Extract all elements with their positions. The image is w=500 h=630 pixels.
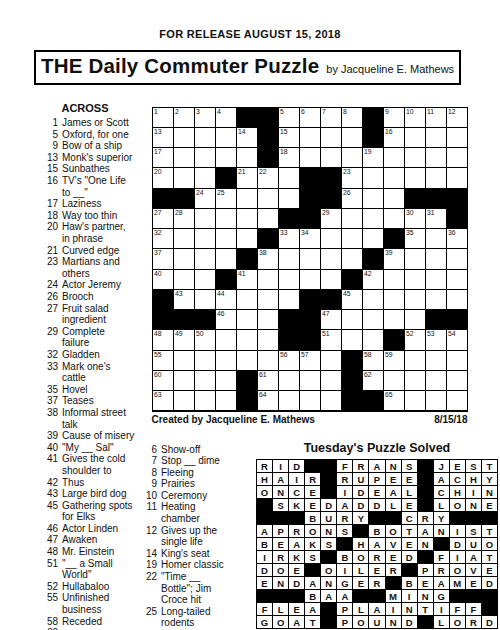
clue-text: Martians and others	[62, 256, 154, 279]
white-square	[363, 330, 383, 349]
white-square: 61	[258, 371, 278, 390]
white-square	[195, 249, 215, 268]
cell-number: 19	[364, 148, 372, 156]
solved-letter-square: H	[353, 538, 368, 550]
clue-number: 48	[30, 546, 58, 558]
clue-number: 16	[30, 175, 58, 198]
white-square	[447, 290, 467, 309]
cell-number: 32	[154, 229, 162, 237]
solved-letter-square: O	[305, 525, 320, 537]
black-square	[216, 270, 236, 289]
white-square: 2	[174, 108, 194, 127]
cell-number: 15	[280, 128, 288, 136]
solved-puzzle-title: Tuesday's Puzzle Solved	[256, 441, 498, 455]
cell-number: 1	[154, 108, 158, 116]
white-square: 8	[342, 108, 362, 127]
clue: 19Homer classic	[130, 559, 246, 571]
white-square: 27	[153, 209, 173, 228]
white-square: 5	[279, 108, 299, 127]
white-square: 19	[363, 148, 383, 167]
white-square	[321, 371, 341, 390]
solved-letter-square: E	[482, 564, 497, 576]
white-square: 41	[237, 270, 257, 289]
solved-letter-square: T	[482, 551, 497, 563]
solved-letter-square: A	[337, 499, 352, 511]
white-square	[216, 371, 236, 390]
clue-number: 23	[30, 256, 58, 279]
solved-letter-square: P	[337, 616, 352, 628]
solved-black-square	[257, 512, 272, 524]
clue-text: Actor Jeremy	[62, 279, 154, 291]
black-square	[258, 229, 278, 248]
solved-letter-square: I	[289, 473, 304, 485]
clue-text: Haw's partner, in phrase	[62, 221, 154, 244]
solved-letter-square: L	[386, 499, 401, 511]
cell-number: 56	[280, 351, 288, 359]
black-square	[405, 189, 425, 208]
solved-letter-square: B	[402, 577, 417, 589]
clue-number: 41	[30, 453, 58, 476]
white-square	[279, 290, 299, 309]
solved-black-square	[450, 590, 465, 602]
white-square	[195, 168, 215, 187]
white-square: 1	[153, 108, 173, 127]
solved-black-square	[289, 590, 304, 602]
cell-number: 13	[154, 128, 162, 136]
white-square: 50	[195, 330, 215, 349]
solved-letter-square: F	[466, 603, 481, 615]
clue-text: James or Scott	[62, 117, 154, 129]
solved-letter-square: Y	[482, 473, 497, 485]
white-square: 57	[300, 351, 320, 370]
solved-letter-square: H	[450, 486, 465, 498]
white-square: 10	[405, 108, 425, 127]
solved-black-square	[273, 512, 288, 524]
solved-black-square	[273, 590, 288, 602]
cell-number: 6	[301, 108, 305, 116]
white-square	[405, 351, 425, 370]
solved-letter-square: A	[337, 590, 352, 602]
white-square: 48	[153, 330, 173, 349]
white-square	[195, 351, 215, 370]
cell-number: 43	[175, 290, 183, 298]
white-square: 35	[405, 229, 425, 248]
clue-text: Prairies	[161, 478, 246, 490]
clue-text: Heating chamber	[161, 501, 246, 524]
black-square	[279, 330, 299, 349]
newspaper-puzzle-page: FOR RELEASE AUGUST 15, 2018 THE Daily Co…	[0, 0, 500, 630]
cell-number: 16	[385, 128, 393, 136]
white-square	[426, 351, 446, 370]
solved-letter-square: N	[402, 603, 417, 615]
white-square	[195, 229, 215, 248]
solved-letter-square: A	[257, 525, 272, 537]
clue-number: 9	[130, 478, 157, 490]
white-square	[342, 209, 362, 228]
solved-letter-square: B	[305, 590, 320, 602]
black-square	[153, 290, 173, 309]
clue-number: 25	[130, 606, 157, 629]
black-square	[237, 391, 257, 410]
puzzle-date: 8/15/18	[434, 414, 467, 425]
clue-number: 52	[30, 581, 58, 593]
solved-letter-square: D	[402, 551, 417, 563]
white-square: 39	[384, 249, 404, 268]
clue-number: 55	[30, 592, 58, 615]
white-square	[447, 351, 467, 370]
cell-number: 60	[154, 371, 162, 379]
white-square	[405, 391, 425, 410]
white-square: 46	[216, 310, 236, 329]
white-square	[384, 371, 404, 390]
solved-letter-square: L	[402, 486, 417, 498]
solved-letter-square: A	[369, 603, 384, 615]
solved-letter-square: A	[418, 525, 433, 537]
cell-number: 58	[364, 351, 372, 359]
solved-letter-square: A	[369, 538, 384, 550]
solved-letter-square: D	[482, 616, 497, 628]
white-square: 34	[300, 229, 320, 248]
white-square	[447, 168, 467, 187]
solved-letter-square: L	[434, 499, 449, 511]
cell-number: 51	[322, 330, 330, 338]
solved-letter-square: L	[434, 616, 449, 628]
solved-letter-square: S	[321, 538, 336, 550]
white-square	[405, 168, 425, 187]
clue-text: Bow of a ship	[62, 140, 154, 152]
solved-black-square	[257, 590, 272, 602]
clue-text: Teases	[62, 395, 154, 407]
clue-text: Fruit salad ingredient	[62, 303, 154, 326]
cell-number: 47	[322, 310, 330, 318]
white-square	[216, 351, 236, 370]
solved-letter-square: E	[466, 577, 481, 589]
solved-letter-square: A	[289, 616, 304, 628]
white-square	[342, 249, 362, 268]
white-square	[174, 351, 194, 370]
solved-letter-square: N	[386, 616, 401, 628]
cell-number: 49	[175, 330, 183, 338]
solved-black-square	[337, 538, 352, 550]
clue-number: 21	[30, 245, 58, 257]
cell-number: 9	[385, 108, 389, 116]
clue-number: 22	[130, 571, 157, 606]
white-square	[447, 249, 467, 268]
solved-letter-square: N	[273, 486, 288, 498]
solved-letter-square: N	[466, 499, 481, 511]
solved-letter-square: S	[273, 499, 288, 511]
solved-letter-square: D	[321, 499, 336, 511]
solved-letter-square: O	[482, 538, 497, 550]
clue-text: Hovel	[62, 384, 154, 396]
solved-letter-square: I	[337, 486, 352, 498]
created-by: Created by Jacqueline E. Mathews	[152, 414, 315, 425]
white-square	[258, 351, 278, 370]
solved-black-square	[321, 616, 336, 628]
solved-letter-square: D	[289, 577, 304, 589]
masthead-box: THE Daily Commuter Puzzle by Jacqueline …	[34, 50, 461, 85]
white-square	[342, 310, 362, 329]
white-square	[237, 189, 257, 208]
white-square	[258, 310, 278, 329]
clue: 35Hovel	[30, 384, 154, 396]
white-square: 53	[426, 330, 446, 349]
white-square: 26	[342, 189, 362, 208]
white-square	[405, 249, 425, 268]
down-clue-list: 6Show-off7Stop __ dime8Fleeing9Prairies1…	[130, 444, 246, 630]
white-square	[321, 148, 341, 167]
white-square	[195, 270, 215, 289]
release-line: FOR RELEASE AUGUST 15, 2018	[0, 28, 500, 40]
clue-text: King's seat	[161, 548, 246, 560]
white-square: 64	[258, 391, 278, 410]
cell-number: 29	[322, 209, 330, 217]
clue: 21Curved edge	[30, 245, 154, 257]
solved-letter-square: C	[402, 512, 417, 524]
solved-letter-square: U	[369, 616, 384, 628]
cell-number: 27	[154, 209, 162, 217]
cell-number: 59	[385, 351, 393, 359]
solved-letter-square: O	[273, 564, 288, 576]
white-square	[174, 168, 194, 187]
white-square: 23	[342, 168, 362, 187]
cell-number: 37	[154, 249, 162, 257]
clue: 27Fruit salad ingredient	[30, 303, 154, 326]
white-square	[279, 168, 299, 187]
black-square	[342, 270, 362, 289]
clue-number: 8	[130, 467, 157, 479]
white-square	[174, 128, 194, 147]
solved-letter-square: O	[273, 616, 288, 628]
white-square	[237, 229, 257, 248]
white-square	[195, 290, 215, 309]
solved-letter-square: L	[353, 564, 368, 576]
solved-letter-square: D	[369, 499, 384, 511]
white-square: 6	[300, 108, 320, 127]
cell-number: 12	[448, 108, 456, 116]
solved-letter-square: L	[273, 603, 288, 615]
cell-number: 40	[154, 270, 162, 278]
white-square: 59	[384, 351, 404, 370]
black-square	[363, 108, 383, 127]
white-square	[342, 330, 362, 349]
solved-letter-square: P	[369, 473, 384, 485]
cell-number: 21	[238, 168, 246, 176]
solved-black-square	[369, 512, 384, 524]
cell-number: 24	[196, 189, 204, 197]
cell-number: 62	[364, 371, 372, 379]
white-square	[300, 249, 320, 268]
black-square	[426, 310, 446, 329]
white-square: 56	[279, 351, 299, 370]
cell-number: 30	[406, 209, 414, 217]
white-square	[195, 209, 215, 228]
cell-number: 17	[154, 148, 162, 156]
clue: 7Stop __ dime	[130, 455, 246, 467]
clue-number: 51	[30, 558, 58, 581]
solved-black-square	[353, 525, 368, 537]
clue-number: 12	[130, 525, 157, 548]
clue: 24Actor Jeremy	[30, 279, 154, 291]
black-square	[279, 310, 299, 329]
clue-text: Oxford, for one	[62, 129, 154, 141]
white-square	[384, 209, 404, 228]
white-square	[426, 229, 446, 248]
clue: 12Gives up the single life	[130, 525, 246, 548]
solved-letter-square: R	[353, 460, 368, 472]
white-square	[258, 270, 278, 289]
white-square: 63	[153, 391, 173, 410]
cell-number: 64	[259, 391, 267, 399]
cell-number: 20	[154, 168, 162, 176]
clue: 22"Time __ Bottle"; Jim Croce hit	[130, 571, 246, 606]
clue-number: 18	[30, 210, 58, 222]
white-square	[237, 290, 257, 309]
solved-letter-square: D	[257, 564, 272, 576]
white-square: 36	[447, 229, 467, 248]
cell-number: 33	[280, 229, 288, 237]
black-square	[363, 249, 383, 268]
solved-letter-square: C	[450, 473, 465, 485]
white-square	[174, 249, 194, 268]
solved-letter-square: H	[257, 473, 272, 485]
white-square: 25	[216, 189, 236, 208]
cell-number: 50	[196, 330, 204, 338]
white-square	[279, 391, 299, 410]
clue-number: 6	[130, 444, 157, 456]
black-square	[342, 351, 362, 370]
cell-number: 8	[343, 108, 347, 116]
cell-number: 2	[175, 108, 179, 116]
white-square	[216, 128, 236, 147]
white-square: 33	[279, 229, 299, 248]
white-square	[363, 168, 383, 187]
solved-letter-square: R	[305, 473, 320, 485]
solved-letter-square: D	[353, 486, 368, 498]
white-square	[342, 128, 362, 147]
white-square	[300, 270, 320, 289]
black-square	[321, 168, 341, 187]
solved-letter-square: H	[466, 473, 481, 485]
solved-letter-square: I	[386, 603, 401, 615]
white-square	[216, 148, 236, 167]
white-square: 51	[321, 330, 341, 349]
white-square: 12	[447, 108, 467, 127]
clue-text: Complete failure	[62, 326, 154, 349]
clue: 20Haw's partner, in phrase	[30, 221, 154, 244]
clue: 8Fleeing	[130, 467, 246, 479]
white-square	[174, 391, 194, 410]
white-square	[384, 168, 404, 187]
solved-letter-square: O	[353, 616, 368, 628]
solved-black-square	[418, 486, 433, 498]
solved-letter-square: O	[353, 551, 368, 563]
clue: 15Sunbathes	[30, 163, 154, 175]
solved-black-square	[482, 603, 497, 615]
solved-letter-square: E	[353, 577, 368, 589]
cell-number: 7	[322, 108, 326, 116]
solved-letter-square: A	[273, 473, 288, 485]
solved-black-square	[450, 512, 465, 524]
solved-letter-square: K	[289, 499, 304, 511]
cell-number: 42	[364, 270, 372, 278]
white-square: 29	[321, 209, 341, 228]
solved-black-square	[482, 590, 497, 602]
white-square	[405, 128, 425, 147]
clue-text: "Time __ Bottle"; Jim Croce hit	[161, 571, 246, 606]
solved-letter-square: E	[369, 564, 384, 576]
solved-letter-square: E	[257, 577, 272, 589]
white-square	[279, 270, 299, 289]
white-square	[279, 249, 299, 268]
down-clue-column: 6Show-off7Stop __ dime8Fleeing9Prairies1…	[130, 444, 246, 630]
solved-letter-square: T	[482, 525, 497, 537]
clue-text: Mark one's cattle	[62, 361, 154, 384]
white-square	[447, 391, 467, 410]
solved-black-square	[418, 551, 433, 563]
solved-letter-square: E	[402, 499, 417, 511]
clue: 9Prairies	[130, 478, 246, 490]
solved-letter-square: C	[434, 486, 449, 498]
cell-number: 38	[259, 249, 267, 257]
white-square: 15	[279, 128, 299, 147]
solved-letter-square: E	[289, 564, 304, 576]
cell-number: 57	[301, 351, 309, 359]
clue-number: 9	[30, 140, 58, 152]
solved-letter-square: T	[482, 460, 497, 472]
solved-letter-square: K	[289, 551, 304, 563]
solved-letter-square: E	[402, 473, 417, 485]
white-square	[237, 330, 257, 349]
white-square	[384, 290, 404, 309]
solved-letter-square: N	[418, 590, 433, 602]
white-square: 17	[153, 148, 173, 167]
white-square: 14	[237, 128, 257, 147]
white-square: 40	[153, 270, 173, 289]
black-square	[258, 108, 278, 127]
cell-number: 41	[238, 270, 246, 278]
solved-letter-square: S	[466, 460, 481, 472]
white-square	[321, 391, 341, 410]
solved-letter-square: N	[321, 525, 336, 537]
white-square	[216, 330, 236, 349]
solved-letter-square: L	[353, 603, 368, 615]
solved-letter-square: V	[386, 538, 401, 550]
white-square: 13	[153, 128, 173, 147]
white-square	[405, 270, 425, 289]
clue-number: 10	[130, 490, 157, 502]
solved-black-square	[305, 564, 320, 576]
black-square	[237, 371, 257, 390]
black-square	[174, 189, 194, 208]
cell-number: 63	[154, 391, 162, 399]
solved-letter-square: P	[418, 564, 433, 576]
cell-number: 52	[406, 330, 414, 338]
solved-letter-square: G	[337, 577, 352, 589]
white-square	[405, 310, 425, 329]
solved-letter-square: R	[434, 564, 449, 576]
white-square	[363, 229, 383, 248]
solved-letter-square: E	[386, 473, 401, 485]
clue-number: 1	[30, 117, 58, 129]
white-square: 16	[384, 128, 404, 147]
solved-letter-square: D	[402, 616, 417, 628]
white-square: 30	[405, 209, 425, 228]
clue: 23Martians and others	[30, 256, 154, 279]
black-square	[258, 148, 278, 167]
solved-black-square	[257, 499, 272, 511]
clue: 16TV's "One Life to __"	[30, 175, 154, 198]
